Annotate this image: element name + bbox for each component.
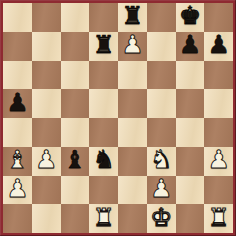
square-g7[interactable]: ♟︎: [176, 32, 205, 61]
white-pawn-piece: ♟︎: [35, 147, 57, 174]
square-d2[interactable]: [89, 176, 118, 205]
black-rook-piece: ♜︎: [92, 32, 114, 59]
square-c4[interactable]: [61, 118, 90, 147]
square-e3[interactable]: [118, 147, 147, 176]
square-d8[interactable]: [89, 3, 118, 32]
square-e1[interactable]: [118, 204, 147, 233]
square-g1[interactable]: [176, 204, 205, 233]
square-g2[interactable]: [176, 176, 205, 205]
square-f6[interactable]: [147, 61, 176, 90]
square-c7[interactable]: [61, 32, 90, 61]
square-c6[interactable]: [61, 61, 90, 90]
square-a4[interactable]: [3, 118, 32, 147]
black-pawn-piece: ♟︎: [6, 89, 28, 116]
square-g6[interactable]: [176, 61, 205, 90]
square-f8[interactable]: [147, 3, 176, 32]
square-b6[interactable]: [32, 61, 61, 90]
square-h2[interactable]: [204, 176, 233, 205]
square-d7[interactable]: ♜︎: [89, 32, 118, 61]
square-c5[interactable]: [61, 89, 90, 118]
white-rook-piece: ♜︎: [207, 204, 229, 231]
square-g5[interactable]: [176, 89, 205, 118]
square-f4[interactable]: [147, 118, 176, 147]
square-b4[interactable]: [32, 118, 61, 147]
square-c1[interactable]: [61, 204, 90, 233]
square-a8[interactable]: [3, 3, 32, 32]
chess-board: ♜︎♚︎♜︎♟︎♟︎♟︎♟︎♝︎♟︎♝︎♞︎♞︎♟︎♟︎♟︎♜︎♚︎♜︎: [3, 3, 233, 233]
square-a5[interactable]: ♟︎: [3, 89, 32, 118]
square-a2[interactable]: ♟︎: [3, 176, 32, 205]
square-d4[interactable]: [89, 118, 118, 147]
square-d6[interactable]: [89, 61, 118, 90]
white-knight-piece: ♞︎: [150, 147, 172, 174]
chess-board-frame: ♜︎♚︎♜︎♟︎♟︎♟︎♟︎♝︎♟︎♝︎♞︎♞︎♟︎♟︎♟︎♜︎♚︎♜︎: [0, 0, 236, 236]
black-pawn-piece: ♟︎: [207, 32, 229, 59]
square-d5[interactable]: [89, 89, 118, 118]
square-f3[interactable]: ♞︎: [147, 147, 176, 176]
white-pawn-piece: ♟︎: [6, 176, 28, 203]
square-b8[interactable]: [32, 3, 61, 32]
black-bishop-piece: ♝︎: [64, 147, 86, 174]
square-h6[interactable]: [204, 61, 233, 90]
black-king-piece: ♚︎: [179, 3, 201, 30]
black-rook-piece: ♜︎: [121, 3, 143, 30]
black-knight-piece: ♞︎: [92, 147, 114, 174]
square-h8[interactable]: [204, 3, 233, 32]
square-g4[interactable]: [176, 118, 205, 147]
square-b2[interactable]: [32, 176, 61, 205]
square-h7[interactable]: ♟︎: [204, 32, 233, 61]
square-f2[interactable]: ♟︎: [147, 176, 176, 205]
white-pawn-piece: ♟︎: [207, 147, 229, 174]
white-pawn-piece: ♟︎: [150, 176, 172, 203]
square-e4[interactable]: [118, 118, 147, 147]
square-a6[interactable]: [3, 61, 32, 90]
square-b3[interactable]: ♟︎: [32, 147, 61, 176]
square-a1[interactable]: [3, 204, 32, 233]
square-c3[interactable]: ♝︎: [61, 147, 90, 176]
black-pawn-piece: ♟︎: [179, 32, 201, 59]
square-h1[interactable]: ♜︎: [204, 204, 233, 233]
square-h4[interactable]: [204, 118, 233, 147]
square-b5[interactable]: [32, 89, 61, 118]
square-e2[interactable]: [118, 176, 147, 205]
square-f5[interactable]: [147, 89, 176, 118]
square-e8[interactable]: ♜︎: [118, 3, 147, 32]
white-king-piece: ♚︎: [150, 204, 172, 231]
square-a7[interactable]: [3, 32, 32, 61]
square-h5[interactable]: [204, 89, 233, 118]
square-c8[interactable]: [61, 3, 90, 32]
square-g8[interactable]: ♚︎: [176, 3, 205, 32]
square-c2[interactable]: [61, 176, 90, 205]
square-b7[interactable]: [32, 32, 61, 61]
square-d3[interactable]: ♞︎: [89, 147, 118, 176]
square-a3[interactable]: ♝︎: [3, 147, 32, 176]
square-f1[interactable]: ♚︎: [147, 204, 176, 233]
white-pawn-piece: ♟︎: [121, 32, 143, 59]
square-f7[interactable]: [147, 32, 176, 61]
square-h3[interactable]: ♟︎: [204, 147, 233, 176]
square-b1[interactable]: [32, 204, 61, 233]
square-d1[interactable]: ♜︎: [89, 204, 118, 233]
square-e7[interactable]: ♟︎: [118, 32, 147, 61]
white-bishop-piece: ♝︎: [6, 147, 28, 174]
white-rook-piece: ♜︎: [92, 204, 114, 231]
square-g3[interactable]: [176, 147, 205, 176]
square-e5[interactable]: [118, 89, 147, 118]
square-e6[interactable]: [118, 61, 147, 90]
